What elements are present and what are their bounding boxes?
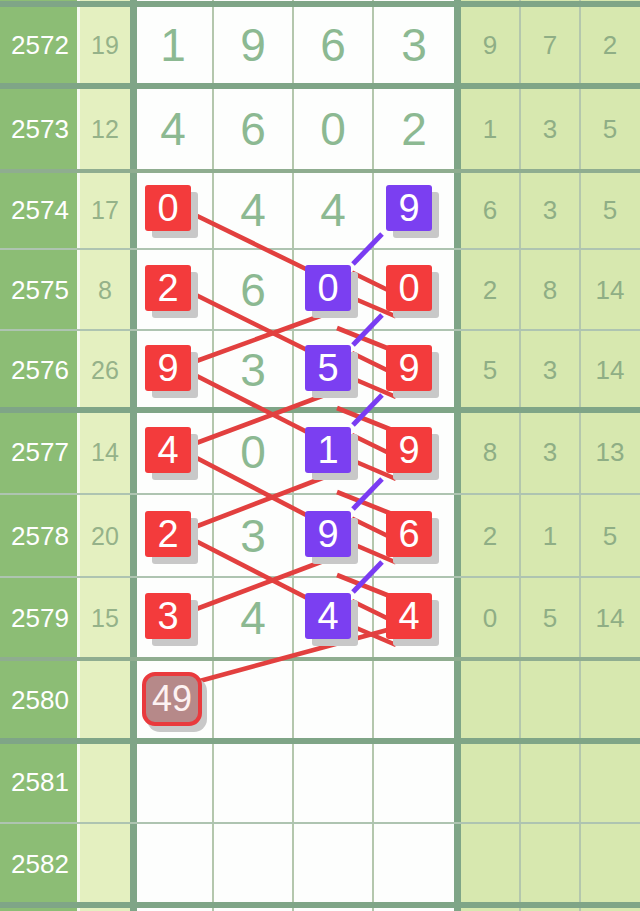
period-label: 2582 <box>0 836 80 892</box>
stat-value: 5 <box>580 182 640 238</box>
main-digit: 3 <box>374 15 454 75</box>
period-label: 2572 <box>0 17 80 73</box>
purple-highlight-box: 9 <box>386 185 432 231</box>
row-boundary-line <box>0 576 640 578</box>
purple-highlight-box: 0 <box>305 265 351 311</box>
stat-value: 2 <box>460 262 520 318</box>
red-highlight-box: 9 <box>386 427 432 473</box>
main-digit: 3 <box>213 340 293 400</box>
sum-value: 14 <box>80 424 130 480</box>
row-boundary-line <box>0 83 640 89</box>
main-digit: 0 <box>293 99 373 159</box>
stat-value: 14 <box>580 262 640 318</box>
trend-chart-board: 2572191963972257312460213525741744635257… <box>0 0 640 911</box>
row-boundary-line <box>0 1 640 7</box>
main-digit: 3 <box>213 506 293 566</box>
stat-value: 1 <box>520 508 580 564</box>
red-highlight-box: 2 <box>145 511 191 557</box>
red-highlight-box: 3 <box>145 593 191 639</box>
main-digit: 4 <box>293 180 373 240</box>
stat-value: 5 <box>580 101 640 157</box>
red-highlight-box: 6 <box>386 511 432 557</box>
period-label: 2573 <box>0 101 80 157</box>
main-digit: 4 <box>213 588 293 648</box>
stat-value: 2 <box>460 508 520 564</box>
red-highlight-box: 0 <box>145 185 191 231</box>
purple-highlight-box: 4 <box>305 593 351 639</box>
sum-value: 8 <box>80 262 130 318</box>
stat-value: 13 <box>580 424 640 480</box>
main-digit: 6 <box>213 260 293 320</box>
period-label: 2577 <box>0 424 80 480</box>
sum-value: 20 <box>80 508 130 564</box>
stat-value: 6 <box>460 182 520 238</box>
stat-value: 9 <box>460 17 520 73</box>
main-digit: 4 <box>133 99 213 159</box>
stat-value: 8 <box>520 262 580 318</box>
main-digit: 0 <box>213 422 293 482</box>
stat-value: 5 <box>460 342 520 398</box>
sum-value: 12 <box>80 101 130 157</box>
row-boundary-line <box>0 169 640 173</box>
period-label: 2580 <box>0 672 80 728</box>
main-digit: 6 <box>293 15 373 75</box>
row-boundary-line <box>0 822 640 824</box>
period-label: 2576 <box>0 342 80 398</box>
row-boundary-line <box>0 902 640 908</box>
purple-highlight-box: 9 <box>305 511 351 557</box>
stat-value: 2 <box>580 17 640 73</box>
special-49-box: 49 <box>142 672 202 726</box>
stat-value: 5 <box>580 508 640 564</box>
red-highlight-box: 0 <box>386 265 432 311</box>
row-boundary-line <box>0 738 640 744</box>
stat-value: 3 <box>520 342 580 398</box>
sum-value: 19 <box>80 17 130 73</box>
row-boundary-line <box>0 493 640 495</box>
period-label: 2578 <box>0 508 80 564</box>
row-boundary-line <box>0 657 640 661</box>
stat-value: 7 <box>520 17 580 73</box>
period-label: 2574 <box>0 182 80 238</box>
stat-value: 1 <box>460 101 520 157</box>
stat-value: 5 <box>520 590 580 646</box>
stat-value: 3 <box>520 101 580 157</box>
purple-highlight-box: 1 <box>305 427 351 473</box>
red-highlight-box: 9 <box>145 345 191 391</box>
sum-value: 17 <box>80 182 130 238</box>
row-boundary-line <box>0 248 640 250</box>
row-boundary-line <box>0 407 640 413</box>
red-highlight-box: 2 <box>145 265 191 311</box>
stat-value: 3 <box>520 424 580 480</box>
red-highlight-box: 4 <box>386 593 432 639</box>
period-label: 2579 <box>0 590 80 646</box>
red-highlight-box: 9 <box>386 345 432 391</box>
period-label: 2575 <box>0 262 80 318</box>
stat-value: 0 <box>460 590 520 646</box>
main-digit: 9 <box>213 15 293 75</box>
period-label: 2581 <box>0 754 80 810</box>
main-digit: 4 <box>213 180 293 240</box>
main-digit: 6 <box>213 99 293 159</box>
main-digit: 1 <box>133 15 213 75</box>
stat-value: 14 <box>580 342 640 398</box>
red-highlight-box: 4 <box>145 427 191 473</box>
main-digit: 2 <box>374 99 454 159</box>
stat-value: 3 <box>520 182 580 238</box>
stat-value: 8 <box>460 424 520 480</box>
sum-value: 15 <box>80 590 130 646</box>
purple-highlight-box: 5 <box>305 345 351 391</box>
sum-value: 26 <box>80 342 130 398</box>
row-boundary-line <box>0 329 640 331</box>
stat-value: 14 <box>580 590 640 646</box>
